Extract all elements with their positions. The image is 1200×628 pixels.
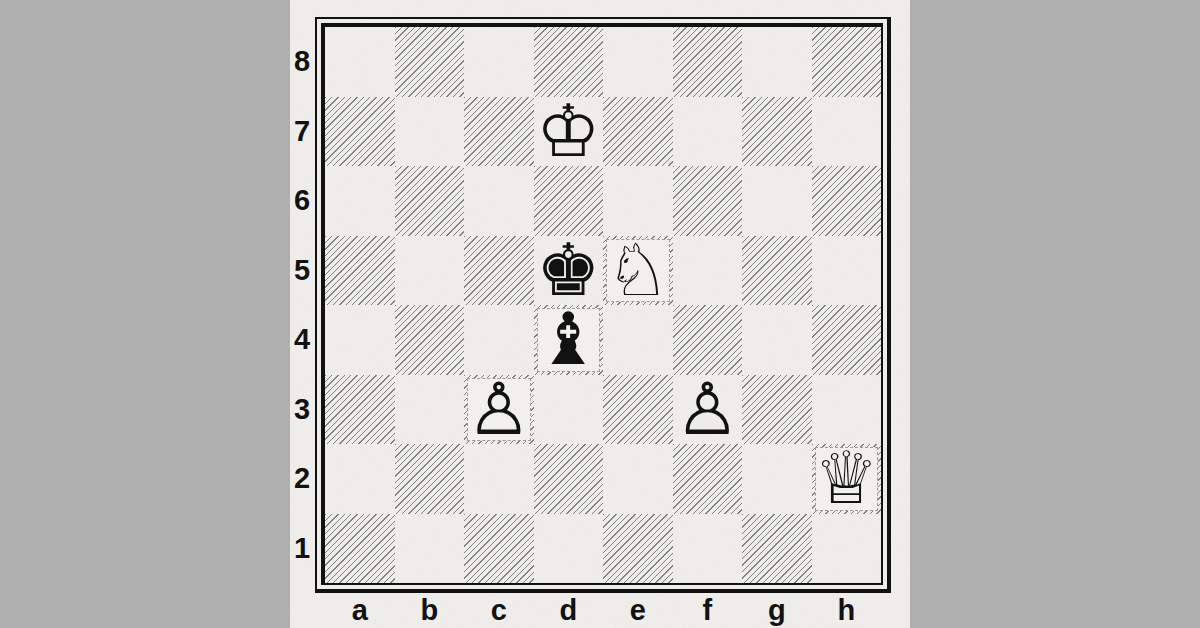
white-knight[interactable]: ♘ — [605, 236, 670, 306]
white-queen[interactable]: ♕ — [814, 444, 879, 514]
file-label-e: e — [603, 594, 673, 626]
square-a5[interactable] — [325, 236, 395, 306]
black-bishop[interactable]: ♝ — [536, 305, 601, 375]
rank-label-7: 7 — [290, 97, 314, 167]
square-b4[interactable] — [395, 305, 465, 375]
rank-label-4: 4 — [290, 305, 314, 375]
square-c1[interactable] — [464, 514, 534, 584]
square-c3[interactable]: ♙ — [464, 375, 534, 445]
square-c8[interactable] — [464, 27, 534, 97]
square-h4[interactable] — [812, 305, 882, 375]
square-e4[interactable] — [603, 305, 673, 375]
square-f8[interactable] — [673, 27, 743, 97]
square-d8[interactable] — [534, 27, 604, 97]
file-label-g: g — [742, 594, 812, 626]
square-g4[interactable] — [742, 305, 812, 375]
file-label-a: a — [325, 594, 395, 626]
rank-label-2: 2 — [290, 444, 314, 514]
square-b1[interactable] — [395, 514, 465, 584]
square-f2[interactable] — [673, 444, 743, 514]
white-king[interactable]: ♔ — [536, 97, 601, 167]
square-b8[interactable] — [395, 27, 465, 97]
square-d3[interactable] — [534, 375, 604, 445]
board-frame: ♔♚♘♝♙♙♕ — [321, 23, 883, 585]
file-label-c: c — [464, 594, 534, 626]
square-b5[interactable] — [395, 236, 465, 306]
square-a3[interactable] — [325, 375, 395, 445]
rank-label-3: 3 — [290, 375, 314, 445]
square-e1[interactable] — [603, 514, 673, 584]
white-pawn[interactable]: ♙ — [466, 375, 531, 445]
square-c6[interactable] — [464, 166, 534, 236]
square-d4[interactable]: ♝ — [534, 305, 604, 375]
square-c4[interactable] — [464, 305, 534, 375]
square-d6[interactable] — [534, 166, 604, 236]
square-d1[interactable] — [534, 514, 604, 584]
square-d2[interactable] — [534, 444, 604, 514]
square-e2[interactable] — [603, 444, 673, 514]
square-h5[interactable] — [812, 236, 882, 306]
rank-label-8: 8 — [290, 27, 314, 97]
square-g2[interactable] — [742, 444, 812, 514]
square-h3[interactable] — [812, 375, 882, 445]
square-c5[interactable] — [464, 236, 534, 306]
square-h7[interactable] — [812, 97, 882, 167]
square-g8[interactable] — [742, 27, 812, 97]
square-g7[interactable] — [742, 97, 812, 167]
square-a7[interactable] — [325, 97, 395, 167]
rank-label-1: 1 — [290, 514, 314, 584]
square-c7[interactable] — [464, 97, 534, 167]
square-e8[interactable] — [603, 27, 673, 97]
black-king[interactable]: ♚ — [536, 236, 601, 306]
square-g3[interactable] — [742, 375, 812, 445]
square-h6[interactable] — [812, 166, 882, 236]
square-g5[interactable] — [742, 236, 812, 306]
square-g1[interactable] — [742, 514, 812, 584]
square-b7[interactable] — [395, 97, 465, 167]
file-label-h: h — [812, 594, 882, 626]
square-h2[interactable]: ♕ — [812, 444, 882, 514]
square-e7[interactable] — [603, 97, 673, 167]
file-label-d: d — [534, 594, 604, 626]
square-e5[interactable]: ♘ — [603, 236, 673, 306]
paper-background: 87654321 ♔♚♘♝♙♙♕ abcdefgh — [290, 0, 910, 628]
square-f6[interactable] — [673, 166, 743, 236]
rank-labels: 87654321 — [290, 27, 314, 583]
square-e3[interactable] — [603, 375, 673, 445]
white-pawn[interactable]: ♙ — [675, 375, 740, 445]
chess-board: ♔♚♘♝♙♙♕ — [315, 17, 891, 593]
rank-label-5: 5 — [290, 236, 314, 306]
square-f4[interactable] — [673, 305, 743, 375]
square-b3[interactable] — [395, 375, 465, 445]
file-label-f: f — [673, 594, 743, 626]
square-e6[interactable] — [603, 166, 673, 236]
square-a6[interactable] — [325, 166, 395, 236]
square-a1[interactable] — [325, 514, 395, 584]
square-a8[interactable] — [325, 27, 395, 97]
square-d5[interactable]: ♚ — [534, 236, 604, 306]
square-a4[interactable] — [325, 305, 395, 375]
square-f1[interactable] — [673, 514, 743, 584]
square-f7[interactable] — [673, 97, 743, 167]
square-f3[interactable]: ♙ — [673, 375, 743, 445]
file-labels: abcdefgh — [325, 594, 881, 626]
square-b6[interactable] — [395, 166, 465, 236]
square-c2[interactable] — [464, 444, 534, 514]
square-b2[interactable] — [395, 444, 465, 514]
square-h8[interactable] — [812, 27, 882, 97]
rank-label-6: 6 — [290, 166, 314, 236]
board-grid: ♔♚♘♝♙♙♕ — [325, 27, 881, 583]
square-g6[interactable] — [742, 166, 812, 236]
file-label-b: b — [395, 594, 465, 626]
square-d7[interactable]: ♔ — [534, 97, 604, 167]
square-a2[interactable] — [325, 444, 395, 514]
square-f5[interactable] — [673, 236, 743, 306]
square-h1[interactable] — [812, 514, 882, 584]
